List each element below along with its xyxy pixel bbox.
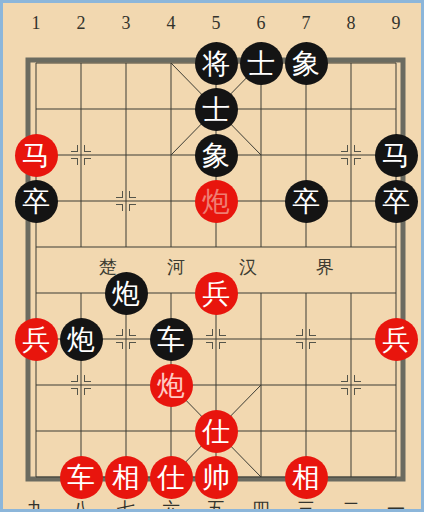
file-label-bottom: 四 bbox=[250, 499, 272, 512]
file-label-bottom: 七 bbox=[115, 499, 137, 512]
piece-black-general[interactable]: 将 bbox=[195, 42, 238, 85]
piece-black-soldier[interactable]: 卒 bbox=[15, 180, 58, 223]
piece-black-elephant[interactable]: 象 bbox=[195, 134, 238, 177]
river-char: 汉 bbox=[237, 256, 259, 278]
piece-red-elephant[interactable]: 相 bbox=[105, 456, 148, 499]
file-label-bottom: 九 bbox=[25, 499, 47, 512]
point-marker bbox=[71, 145, 91, 165]
file-label-bottom: 一 bbox=[385, 499, 407, 512]
piece-red-soldier[interactable]: 兵 bbox=[195, 272, 238, 315]
piece-red-advisor[interactable]: 仕 bbox=[150, 456, 193, 499]
piece-black-advisor[interactable]: 士 bbox=[240, 42, 283, 85]
piece-black-soldier[interactable]: 卒 bbox=[285, 180, 328, 223]
river-char: 河 bbox=[165, 256, 187, 278]
piece-black-soldier[interactable]: 卒 bbox=[375, 180, 418, 223]
file-label-bottom: 二 bbox=[340, 499, 362, 512]
point-marker bbox=[206, 329, 226, 349]
piece-red-advisor[interactable]: 仕 bbox=[195, 410, 238, 453]
piece-red-cannon[interactable]: 炮 bbox=[150, 364, 193, 407]
piece-red-general[interactable]: 帅 bbox=[195, 456, 238, 499]
file-label-bottom: 八 bbox=[70, 499, 92, 512]
point-marker bbox=[71, 375, 91, 395]
file-label-bottom: 五 bbox=[205, 499, 227, 512]
piece-black-cannon[interactable]: 炮 bbox=[60, 318, 103, 361]
piece-black-cannon[interactable]: 炮 bbox=[105, 272, 148, 315]
file-label-bottom: 六 bbox=[160, 499, 182, 512]
point-marker bbox=[116, 329, 136, 349]
point-marker bbox=[296, 329, 316, 349]
piece-black-horse[interactable]: 马 bbox=[375, 134, 418, 177]
piece-red-cannon[interactable]: 炮 bbox=[195, 180, 238, 223]
piece-red-soldier[interactable]: 兵 bbox=[375, 318, 418, 361]
piece-red-soldier[interactable]: 兵 bbox=[15, 318, 58, 361]
piece-black-chariot[interactable]: 车 bbox=[150, 318, 193, 361]
point-marker bbox=[116, 191, 136, 211]
xiangqi-board-window: 1 2 3 4 5 6 7 8 9 bbox=[0, 0, 424, 512]
piece-red-chariot[interactable]: 车 bbox=[60, 456, 103, 499]
file-label-bottom: 三 bbox=[295, 499, 317, 512]
point-marker bbox=[341, 375, 361, 395]
piece-black-elephant[interactable]: 象 bbox=[285, 42, 328, 85]
river-char: 界 bbox=[314, 256, 336, 278]
point-marker bbox=[341, 145, 361, 165]
piece-black-advisor[interactable]: 士 bbox=[195, 88, 238, 131]
piece-red-horse[interactable]: 马 bbox=[15, 134, 58, 177]
piece-red-elephant[interactable]: 相 bbox=[285, 456, 328, 499]
